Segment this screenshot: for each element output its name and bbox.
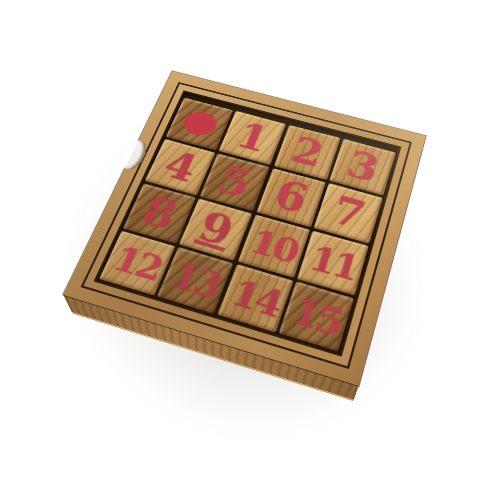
tile-well: 123456789101112131415 [96, 92, 399, 354]
tile-number: 12 [109, 240, 167, 285]
tile-number: 15 [287, 291, 345, 340]
tile-number: 8 [137, 191, 183, 236]
photo-stage: 123456789101112131415 [0, 0, 500, 500]
tile-number: 11 [305, 240, 360, 285]
tile-number: 6 [270, 175, 313, 219]
tile-grid: 123456789101112131415 [99, 98, 395, 352]
tile-number: 1 [232, 118, 274, 159]
tile-number: 13 [167, 257, 225, 304]
tile-number: 4 [158, 146, 202, 188]
tile-number: 2 [287, 132, 328, 173]
tile-number: 10 [246, 224, 301, 268]
red-dot-marker [181, 110, 219, 137]
tile-number: 3 [342, 146, 383, 188]
tile-number: 14 [226, 274, 284, 322]
tile-number: 9 [193, 206, 239, 253]
tile-number: 7 [327, 190, 369, 235]
tile-number: 5 [214, 160, 257, 203]
